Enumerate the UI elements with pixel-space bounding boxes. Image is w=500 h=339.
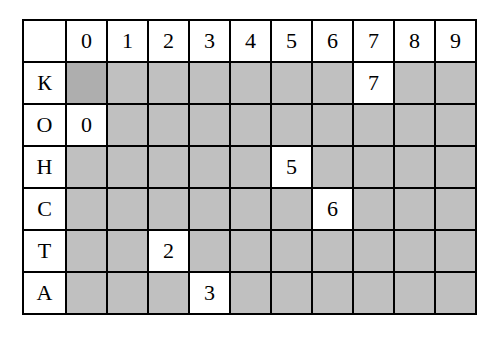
cell-r4-c0 bbox=[67, 231, 106, 271]
col-header-2: 2 bbox=[149, 21, 188, 61]
cell-r0-c3 bbox=[190, 63, 229, 103]
row-label-1: О bbox=[24, 105, 65, 145]
cell-r0-c4 bbox=[231, 63, 270, 103]
cell-r3-c3 bbox=[190, 189, 229, 229]
cell-r0-c7-value: 7 bbox=[354, 63, 393, 103]
page: 0123456789К7О0Н5С6Т2А3 bbox=[0, 0, 500, 339]
cell-r3-c6-value: 6 bbox=[313, 189, 352, 229]
cell-r3-c5 bbox=[272, 189, 311, 229]
letter-digit-table: 0123456789К7О0Н5С6Т2А3 bbox=[22, 19, 477, 315]
col-header-0: 0 bbox=[67, 21, 106, 61]
cell-r3-c4 bbox=[231, 189, 270, 229]
cell-r2-c4 bbox=[231, 147, 270, 187]
cell-r2-c9 bbox=[436, 147, 475, 187]
cell-r4-c6 bbox=[313, 231, 352, 271]
cell-r4-c8 bbox=[395, 231, 434, 271]
col-header-3: 3 bbox=[190, 21, 229, 61]
cell-r5-c6 bbox=[313, 273, 352, 313]
col-header-1: 1 bbox=[108, 21, 147, 61]
col-header-5: 5 bbox=[272, 21, 311, 61]
cell-r1-c8 bbox=[395, 105, 434, 145]
cell-r0-c8 bbox=[395, 63, 434, 103]
col-header-8: 8 bbox=[395, 21, 434, 61]
cell-r3-c1 bbox=[108, 189, 147, 229]
cell-r4-c9 bbox=[436, 231, 475, 271]
cell-r0-c5 bbox=[272, 63, 311, 103]
cell-r5-c2 bbox=[149, 273, 188, 313]
cell-r4-c3 bbox=[190, 231, 229, 271]
cell-r5-c7 bbox=[354, 273, 393, 313]
cell-r3-c9 bbox=[436, 189, 475, 229]
col-header-7: 7 bbox=[354, 21, 393, 61]
cell-r4-c2-value: 2 bbox=[149, 231, 188, 271]
row-label-2: Н bbox=[24, 147, 65, 187]
cell-r1-c3 bbox=[190, 105, 229, 145]
col-header-9: 9 bbox=[436, 21, 475, 61]
cell-r3-c7 bbox=[354, 189, 393, 229]
cell-r2-c0 bbox=[67, 147, 106, 187]
cell-r2-c6 bbox=[313, 147, 352, 187]
cell-r3-c2 bbox=[149, 189, 188, 229]
cell-r2-c2 bbox=[149, 147, 188, 187]
cell-r5-c0 bbox=[67, 273, 106, 313]
cell-r5-c3-value: 3 bbox=[190, 273, 229, 313]
row-label-4: Т bbox=[24, 231, 65, 271]
cell-r1-c1 bbox=[108, 105, 147, 145]
cell-r0-c2 bbox=[149, 63, 188, 103]
cell-r1-c2 bbox=[149, 105, 188, 145]
cell-r5-c9 bbox=[436, 273, 475, 313]
cell-r5-c1 bbox=[108, 273, 147, 313]
cell-r5-c5 bbox=[272, 273, 311, 313]
cell-r4-c1 bbox=[108, 231, 147, 271]
corner-cell bbox=[24, 21, 65, 61]
cell-r1-c6 bbox=[313, 105, 352, 145]
cell-r1-c0-value: 0 bbox=[67, 105, 106, 145]
row-label-0: К bbox=[24, 63, 65, 103]
cell-r0-c0 bbox=[67, 63, 106, 103]
cell-r2-c8 bbox=[395, 147, 434, 187]
cell-r1-c4 bbox=[231, 105, 270, 145]
col-header-6: 6 bbox=[313, 21, 352, 61]
cell-r0-c6 bbox=[313, 63, 352, 103]
cell-r0-c9 bbox=[436, 63, 475, 103]
cell-r2-c5-value: 5 bbox=[272, 147, 311, 187]
cell-r4-c5 bbox=[272, 231, 311, 271]
cell-r1-c9 bbox=[436, 105, 475, 145]
cell-r4-c7 bbox=[354, 231, 393, 271]
cell-r5-c4 bbox=[231, 273, 270, 313]
row-label-3: С bbox=[24, 189, 65, 229]
cell-r0-c1 bbox=[108, 63, 147, 103]
cell-r4-c4 bbox=[231, 231, 270, 271]
cell-r2-c7 bbox=[354, 147, 393, 187]
cell-r1-c7 bbox=[354, 105, 393, 145]
cell-r5-c8 bbox=[395, 273, 434, 313]
row-label-5: А bbox=[24, 273, 65, 313]
cell-r2-c3 bbox=[190, 147, 229, 187]
cell-r1-c5 bbox=[272, 105, 311, 145]
col-header-4: 4 bbox=[231, 21, 270, 61]
cell-r2-c1 bbox=[108, 147, 147, 187]
cell-r3-c0 bbox=[67, 189, 106, 229]
cell-r3-c8 bbox=[395, 189, 434, 229]
